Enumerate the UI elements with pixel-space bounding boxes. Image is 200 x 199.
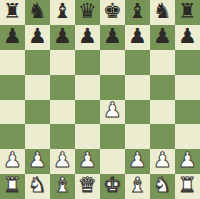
chess-board: ♜♞♝♛♚♝♞♜♟♟♟♟♟♟♟♟♟♟♟♟♟♟♟♟♜♞♝♛♚♝♞♜	[0, 0, 200, 199]
white-bishop[interactable]: ♝	[128, 175, 147, 196]
square-g5[interactable]	[150, 75, 175, 100]
square-g3[interactable]	[150, 124, 175, 149]
square-f6[interactable]	[125, 50, 150, 75]
white-pawn[interactable]: ♟	[178, 150, 197, 171]
white-king[interactable]: ♚	[103, 175, 122, 196]
square-b5[interactable]	[25, 75, 50, 100]
square-f5[interactable]	[125, 75, 150, 100]
square-g6[interactable]	[150, 50, 175, 75]
square-d4[interactable]	[75, 100, 100, 125]
square-h8[interactable]: ♜	[175, 0, 200, 25]
square-a8[interactable]: ♜	[0, 0, 25, 25]
black-pawn[interactable]: ♟	[103, 26, 122, 47]
square-b7[interactable]: ♟	[25, 25, 50, 50]
black-pawn[interactable]: ♟	[3, 26, 22, 47]
square-g7[interactable]: ♟	[150, 25, 175, 50]
black-pawn[interactable]: ♟	[53, 26, 72, 47]
square-e7[interactable]: ♟	[100, 25, 125, 50]
black-bishop[interactable]: ♝	[128, 1, 147, 22]
black-knight[interactable]: ♞	[28, 1, 47, 22]
square-d6[interactable]	[75, 50, 100, 75]
black-knight[interactable]: ♞	[153, 1, 172, 22]
square-e2[interactable]	[100, 149, 125, 174]
square-d1[interactable]: ♛	[75, 174, 100, 199]
white-pawn[interactable]: ♟	[3, 150, 22, 171]
square-b2[interactable]: ♟	[25, 149, 50, 174]
square-b8[interactable]: ♞	[25, 0, 50, 25]
square-g1[interactable]: ♞	[150, 174, 175, 199]
square-e8[interactable]: ♚	[100, 0, 125, 25]
square-c3[interactable]	[50, 124, 75, 149]
black-king[interactable]: ♚	[103, 1, 122, 22]
square-e5[interactable]	[100, 75, 125, 100]
square-e4[interactable]: ♟	[100, 100, 125, 125]
square-a4[interactable]	[0, 100, 25, 125]
black-rook[interactable]: ♜	[178, 1, 197, 22]
black-pawn[interactable]: ♟	[178, 26, 197, 47]
square-d3[interactable]	[75, 124, 100, 149]
square-g2[interactable]: ♟	[150, 149, 175, 174]
black-pawn[interactable]: ♟	[153, 26, 172, 47]
white-knight[interactable]: ♞	[28, 175, 47, 196]
square-a7[interactable]: ♟	[0, 25, 25, 50]
square-c4[interactable]	[50, 100, 75, 125]
square-a5[interactable]	[0, 75, 25, 100]
square-c8[interactable]: ♝	[50, 0, 75, 25]
white-knight[interactable]: ♞	[153, 175, 172, 196]
square-c7[interactable]: ♟	[50, 25, 75, 50]
black-pawn[interactable]: ♟	[78, 26, 97, 47]
white-rook[interactable]: ♜	[3, 175, 22, 196]
black-queen[interactable]: ♛	[78, 1, 97, 22]
square-h5[interactable]	[175, 75, 200, 100]
square-a1[interactable]: ♜	[0, 174, 25, 199]
square-b6[interactable]	[25, 50, 50, 75]
square-b4[interactable]	[25, 100, 50, 125]
square-f3[interactable]	[125, 124, 150, 149]
square-a6[interactable]	[0, 50, 25, 75]
black-rook[interactable]: ♜	[3, 1, 22, 22]
square-f7[interactable]: ♟	[125, 25, 150, 50]
white-bishop[interactable]: ♝	[53, 175, 72, 196]
black-pawn[interactable]: ♟	[28, 26, 47, 47]
square-c5[interactable]	[50, 75, 75, 100]
square-g8[interactable]: ♞	[150, 0, 175, 25]
square-f8[interactable]: ♝	[125, 0, 150, 25]
square-h6[interactable]	[175, 50, 200, 75]
white-pawn[interactable]: ♟	[53, 150, 72, 171]
square-f4[interactable]	[125, 100, 150, 125]
square-h3[interactable]	[175, 124, 200, 149]
square-b1[interactable]: ♞	[25, 174, 50, 199]
white-pawn[interactable]: ♟	[78, 150, 97, 171]
white-rook[interactable]: ♜	[178, 175, 197, 196]
white-pawn[interactable]: ♟	[128, 150, 147, 171]
square-h2[interactable]: ♟	[175, 149, 200, 174]
black-pawn[interactable]: ♟	[128, 26, 147, 47]
square-e6[interactable]	[100, 50, 125, 75]
square-h7[interactable]: ♟	[175, 25, 200, 50]
white-pawn[interactable]: ♟	[103, 100, 122, 121]
white-pawn[interactable]: ♟	[153, 150, 172, 171]
square-b3[interactable]	[25, 124, 50, 149]
square-c6[interactable]	[50, 50, 75, 75]
square-g4[interactable]	[150, 100, 175, 125]
square-e3[interactable]	[100, 124, 125, 149]
square-d5[interactable]	[75, 75, 100, 100]
square-a2[interactable]: ♟	[0, 149, 25, 174]
square-e1[interactable]: ♚	[100, 174, 125, 199]
white-pawn[interactable]: ♟	[28, 150, 47, 171]
square-h1[interactable]: ♜	[175, 174, 200, 199]
square-f1[interactable]: ♝	[125, 174, 150, 199]
square-c1[interactable]: ♝	[50, 174, 75, 199]
square-f2[interactable]: ♟	[125, 149, 150, 174]
square-d2[interactable]: ♟	[75, 149, 100, 174]
square-h4[interactable]	[175, 100, 200, 125]
white-queen[interactable]: ♛	[78, 175, 97, 196]
square-c2[interactable]: ♟	[50, 149, 75, 174]
square-a3[interactable]	[0, 124, 25, 149]
black-bishop[interactable]: ♝	[53, 1, 72, 22]
square-d8[interactable]: ♛	[75, 0, 100, 25]
square-d7[interactable]: ♟	[75, 25, 100, 50]
